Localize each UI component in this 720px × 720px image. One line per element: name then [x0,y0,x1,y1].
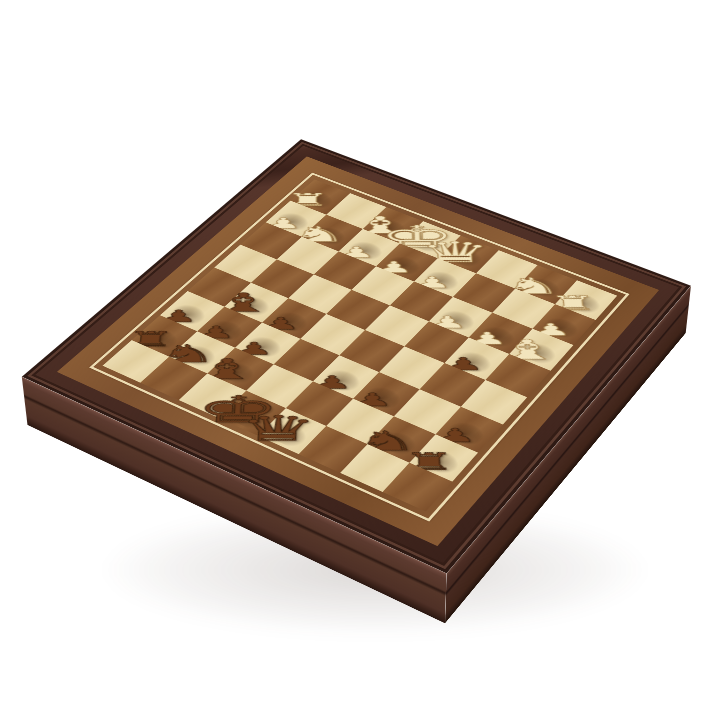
square-f6[interactable]: ♟ [353,372,420,416]
piece-dark-knight-g7[interactable]: ♞ [333,428,443,455]
square-h5[interactable] [461,380,527,425]
square-c7[interactable]: ♝ [207,348,273,391]
square-e5[interactable] [339,330,404,372]
square-b8[interactable] [140,357,207,400]
square-g5[interactable] [420,363,486,407]
square-f7[interactable] [326,399,394,445]
square-e8[interactable]: ♛ [258,408,326,454]
piece-dark-pawn-f6[interactable]: ♟ [319,390,426,408]
perspective-wrapper: ♜♝♚♛♞♜♟♞♟♟♟♟♟♟♝♟♝♟♟♟♟♟♟♟♜♞♝♞♜♚♛ [0,0,720,720]
piece-white-knight-b2[interactable]: ♞ [271,224,368,245]
piece-dark-pawn-h6[interactable]: ♟ [401,426,510,445]
square-g8[interactable] [340,444,409,492]
piece-white-bishop-h3[interactable]: ♝ [475,336,581,363]
piece-dark-king-d8[interactable]: ♚ [183,391,292,428]
piece-shadow [319,365,367,395]
square-h3[interactable]: ♝ [509,329,573,371]
square-h8[interactable] [383,463,453,512]
square-h7[interactable]: ♜ [409,434,478,481]
board-top: ♜♝♚♛♞♜♟♞♟♟♟♟♟♟♝♟♝♟♟♟♟♟♟♟♜♞♝♞♜♚♛ [22,139,691,573]
square-f5[interactable] [379,346,444,389]
square-d7[interactable] [246,364,313,408]
piece-shadow [374,427,423,459]
product-photo-scene: ♜♝♚♛♞♜♟♞♟♟♟♟♟♟♝♟♝♟♟♟♟♟♟♟♜♞♝♞♜♚♛ [0,0,720,720]
piece-shadow [359,382,407,412]
piece-shadow [442,417,491,448]
chess-board-box: ♜♝♚♛♞♜♟♞♟♟♟♟♟♟♝♟♝♟♟♟♟♟♟♟♜♞♝♞♜♚♛ [22,139,691,573]
square-h4[interactable] [485,354,550,397]
square-e7[interactable] [286,381,353,426]
piece-white-rook-h1[interactable]: ♜ [522,293,625,313]
piece-dark-pawn-g4[interactable]: ♟ [411,355,516,372]
piece-dark-queen-e8[interactable]: ♛ [223,411,333,446]
piece-dark-rook-h7[interactable]: ♜ [374,450,485,473]
piece-dark-bishop-c7[interactable]: ♝ [173,355,280,383]
square-g6[interactable] [394,389,461,434]
piece-shadow [416,445,466,477]
piece-shadow [224,401,273,432]
square-f8[interactable] [299,426,368,473]
piece-dark-pawn-e6[interactable]: ♟ [279,373,385,391]
square-h6[interactable]: ♟ [436,407,503,453]
square-g7[interactable]: ♞ [367,416,435,462]
piece-shadow [451,347,498,376]
square-d8[interactable]: ♚ [218,391,286,436]
piece-white-pawn-e2[interactable]: ♟ [382,274,482,290]
piece-shadow [264,419,313,450]
square-e6[interactable]: ♟ [313,355,379,398]
square-c8[interactable] [179,373,246,417]
piece-white-rook-a1[interactable]: ♜ [260,191,355,208]
